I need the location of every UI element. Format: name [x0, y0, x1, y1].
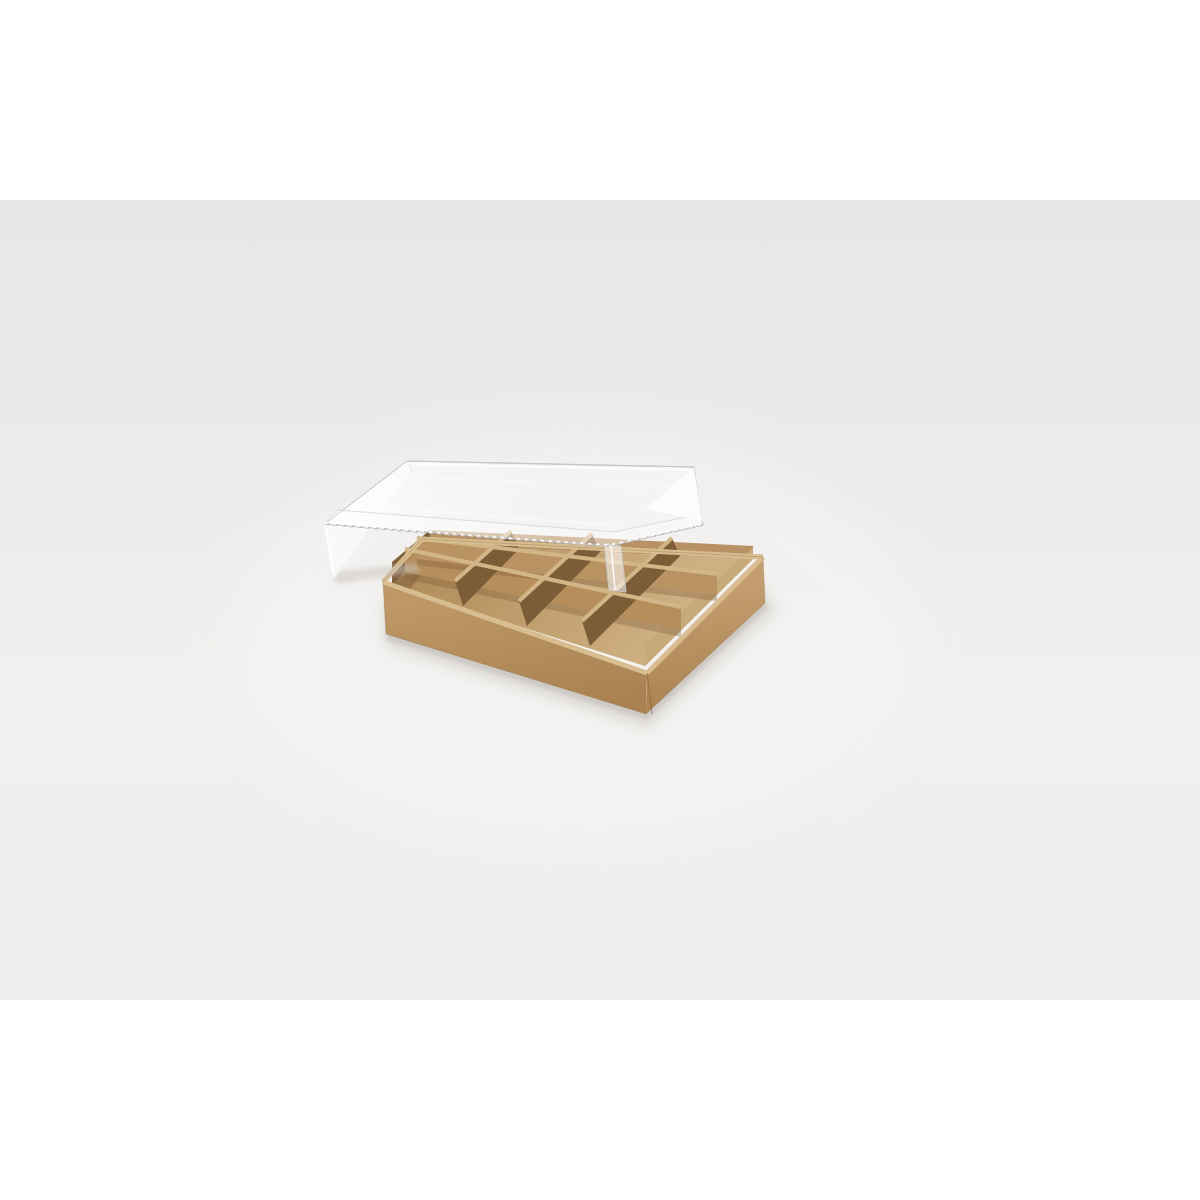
product-photo: [0, 0, 1200, 1200]
scene-svg: [0, 0, 1200, 1200]
